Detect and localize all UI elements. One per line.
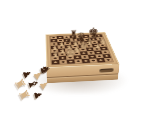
- chess-piece: ♟: [94, 43, 100, 49]
- chess-piece: ♝: [51, 50, 60, 59]
- box-top: ♜♚♟♛♜♟♞♟♟♟♝♞♟♟♛♟♟♞♝♚: [46, 32, 120, 68]
- chess-piece: ♚: [64, 47, 76, 59]
- finger-notch: [100, 69, 114, 73]
- box-front-face: [46, 64, 119, 83]
- chess-box: ♜♚♟♛♜♟♞♟♟♟♝♞♟♟♛♟♟♞♝♚: [46, 32, 120, 68]
- chess-piece: ♟: [65, 38, 71, 44]
- chess-board: ♜♚♟♛♜♟♞♟♟♟♝♞♟♟♛♟♟♞♝♚: [50, 34, 113, 64]
- drawer-seam: [47, 73, 119, 78]
- square: [100, 47, 108, 51]
- square: [104, 58, 113, 62]
- chess-piece: ♟: [58, 41, 64, 47]
- captured-piece: ♞: [38, 63, 52, 76]
- chess-set-photo: ♜♚♟♛♜♟♞♟♟♟♝♞♟♟♛♟♟♞♝♚ ♟♟♞♜♝♟♜♟: [0, 0, 150, 129]
- square: [52, 60, 60, 64]
